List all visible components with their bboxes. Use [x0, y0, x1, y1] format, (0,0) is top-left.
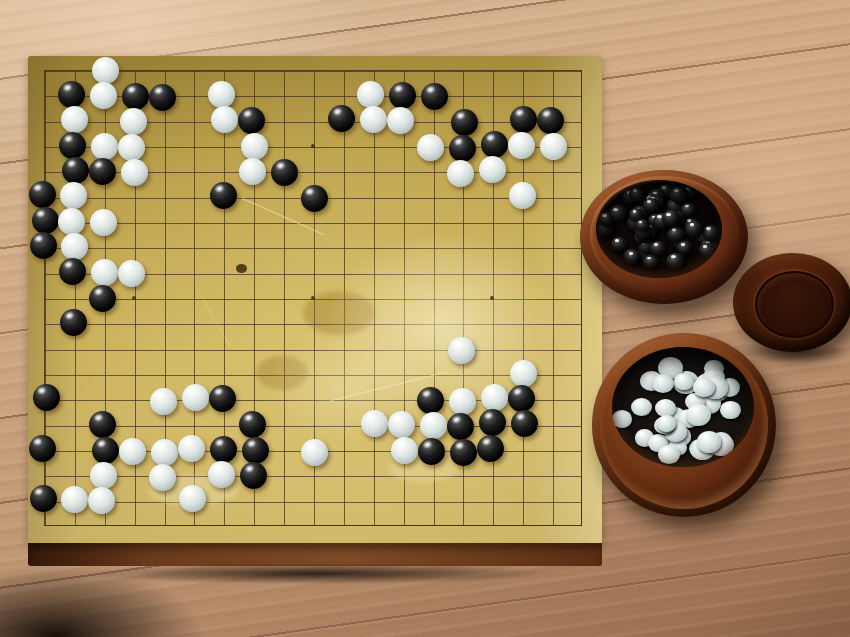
bowl-stone-black[interactable] [702, 225, 721, 242]
bowl-stone-black[interactable] [611, 237, 628, 252]
black-stone[interactable] [240, 462, 267, 489]
white-stone[interactable] [88, 487, 115, 514]
bowl-stone-white[interactable] [697, 431, 722, 453]
black-stone[interactable] [92, 437, 119, 464]
black-stone[interactable] [59, 132, 86, 159]
black-stone[interactable] [89, 158, 116, 185]
bowl-stone-black[interactable] [650, 241, 667, 256]
black-stone[interactable] [89, 411, 116, 438]
stones-layer [44, 70, 582, 526]
bowl-stone-black[interactable] [667, 226, 686, 242]
go-board[interactable] [28, 56, 602, 544]
white-stone[interactable] [357, 81, 384, 108]
white-stone[interactable] [92, 57, 119, 84]
white-stone[interactable] [91, 259, 118, 286]
black-stone[interactable] [450, 439, 477, 466]
white-stone[interactable] [388, 411, 415, 438]
bowl-stone-black[interactable] [699, 243, 716, 258]
white-stone[interactable] [361, 410, 388, 437]
white-stone[interactable] [208, 81, 235, 108]
black-stone[interactable] [122, 83, 149, 110]
black-stone[interactable] [451, 109, 478, 136]
black-stone[interactable] [210, 182, 237, 209]
white-stone[interactable] [391, 437, 418, 464]
black-stone[interactable] [58, 81, 85, 108]
white-stone[interactable] [90, 209, 117, 236]
bowl-stone-black[interactable] [681, 203, 697, 217]
white-stone[interactable] [301, 439, 328, 466]
white-stone[interactable] [149, 464, 176, 491]
black-stone[interactable] [33, 384, 60, 411]
white-stone[interactable] [60, 182, 87, 209]
black-stone[interactable] [30, 232, 57, 259]
black-stone[interactable] [30, 485, 57, 512]
black-stone[interactable] [511, 410, 538, 437]
black-stone[interactable] [449, 135, 476, 162]
black-stone[interactable] [389, 82, 416, 109]
white-bowl-opening [612, 347, 754, 467]
bowl-stone-black[interactable] [625, 250, 641, 264]
board-cast-shadow [18, 564, 614, 588]
black-stone[interactable] [210, 436, 237, 463]
white-stone[interactable] [540, 133, 567, 160]
white-stone[interactable] [417, 134, 444, 161]
bowl-stone-white[interactable] [612, 410, 632, 428]
black-stone[interactable] [421, 83, 448, 110]
bowl-lid[interactable] [733, 253, 850, 352]
white-stone[interactable] [479, 156, 506, 183]
bowl-stone-black[interactable] [666, 253, 686, 271]
bowl-stone-white[interactable] [657, 415, 676, 432]
black-stone[interactable] [62, 157, 89, 184]
black-stone[interactable] [239, 411, 266, 438]
black-stone[interactable] [209, 385, 236, 412]
white-stone[interactable] [178, 435, 205, 462]
white-stone[interactable] [510, 360, 537, 387]
white-stone[interactable] [61, 233, 88, 260]
white-stone[interactable] [509, 182, 536, 209]
black-stone[interactable] [328, 105, 355, 132]
black-stone[interactable] [29, 181, 56, 208]
white-stone[interactable] [360, 106, 387, 133]
white-stone[interactable] [447, 160, 474, 187]
white-stone-bowl[interactable] [592, 333, 776, 517]
black-stone[interactable] [481, 131, 508, 158]
black-stone[interactable] [89, 285, 116, 312]
board-front-edge [28, 543, 602, 566]
black-stone[interactable] [60, 309, 87, 336]
white-stone[interactable] [208, 461, 235, 488]
black-stone[interactable] [417, 387, 444, 414]
black-stone[interactable] [510, 106, 537, 133]
bowl-stone-white[interactable] [720, 401, 740, 419]
bowl-stone-white[interactable] [658, 445, 680, 464]
black-stone[interactable] [508, 385, 535, 412]
white-stone[interactable] [118, 260, 145, 287]
bowl-stone-white[interactable] [652, 374, 674, 393]
bowl-stone-black[interactable] [669, 186, 689, 204]
black-stone[interactable] [301, 185, 328, 212]
black-stone[interactable] [238, 107, 265, 134]
white-stone[interactable] [387, 107, 414, 134]
white-stone[interactable] [179, 485, 206, 512]
black-stone[interactable] [149, 84, 176, 111]
white-stone[interactable] [120, 108, 147, 135]
bowl-stone-white[interactable] [686, 404, 711, 426]
white-stone[interactable] [151, 439, 178, 466]
black-stone[interactable] [537, 107, 564, 134]
white-stone[interactable] [119, 438, 146, 465]
black-stone[interactable] [271, 159, 298, 186]
black-stone[interactable] [32, 207, 59, 234]
white-stone[interactable] [449, 388, 476, 415]
white-stone[interactable] [481, 384, 508, 411]
bowl-stone-white[interactable] [693, 378, 715, 397]
black-stone[interactable] [59, 258, 86, 285]
white-stone[interactable] [420, 412, 447, 439]
white-stone[interactable] [182, 384, 209, 411]
photo-scene [0, 0, 850, 637]
lid-ring-detail [755, 271, 834, 338]
black-stone[interactable] [29, 435, 56, 462]
black-stone[interactable] [447, 413, 474, 440]
bowl-stone-black[interactable] [609, 205, 628, 222]
white-stone[interactable] [121, 159, 148, 186]
white-stone[interactable] [211, 106, 238, 133]
white-stone[interactable] [508, 132, 535, 159]
white-stone[interactable] [150, 388, 177, 415]
bowl-stone-white[interactable] [631, 398, 652, 416]
white-stone[interactable] [448, 337, 475, 364]
white-stone[interactable] [61, 106, 88, 133]
black-stone[interactable] [418, 438, 445, 465]
bowl-stone-black[interactable] [643, 254, 660, 269]
black-stone-bowl[interactable] [580, 170, 748, 304]
white-stone[interactable] [118, 134, 145, 161]
white-stone[interactable] [61, 486, 88, 513]
white-stone[interactable] [58, 208, 85, 235]
white-stone[interactable] [90, 82, 117, 109]
black-stone[interactable] [242, 437, 269, 464]
white-stone[interactable] [91, 133, 118, 160]
white-stone[interactable] [90, 462, 117, 489]
black-stone[interactable] [479, 409, 506, 436]
white-stone[interactable] [241, 133, 268, 160]
black-bowl-opening [596, 180, 722, 278]
black-stone[interactable] [477, 435, 504, 462]
white-stone[interactable] [239, 158, 266, 185]
